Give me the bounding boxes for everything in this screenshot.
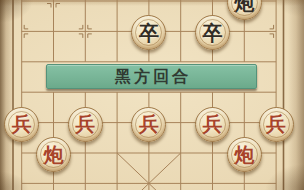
piece-red-soldier[interactable]: 兵 <box>68 107 103 142</box>
piece-glyph: 炮 <box>234 145 254 165</box>
piece-glyph: 卒 <box>203 23 223 43</box>
piece-red-cannon[interactable]: 炮 <box>227 137 262 172</box>
piece-red-soldier[interactable]: 兵 <box>4 107 39 142</box>
piece-red-soldier[interactable]: 兵 <box>259 107 294 142</box>
piece-glyph: 兵 <box>266 114 286 134</box>
turn-banner: 黑方回合 <box>46 64 257 89</box>
piece-glyph: 兵 <box>75 114 95 134</box>
piece-glyph: 兵 <box>139 114 159 134</box>
piece-glyph: 炮 <box>234 0 254 13</box>
piece-glyph: 卒 <box>139 23 159 43</box>
piece-red-cannon[interactable]: 炮 <box>36 137 71 172</box>
piece-glyph: 兵 <box>203 114 223 134</box>
turn-banner-text: 黑方回合 <box>112 69 191 85</box>
piece-red-soldier[interactable]: 兵 <box>131 107 166 142</box>
piece-red-soldier[interactable]: 兵 <box>195 107 230 142</box>
piece-glyph: 兵 <box>12 114 32 134</box>
xiangqi-board: 炮卒卒兵兵兵兵兵炮炮 黑方回合 <box>0 0 304 190</box>
piece-glyph: 炮 <box>44 145 64 165</box>
